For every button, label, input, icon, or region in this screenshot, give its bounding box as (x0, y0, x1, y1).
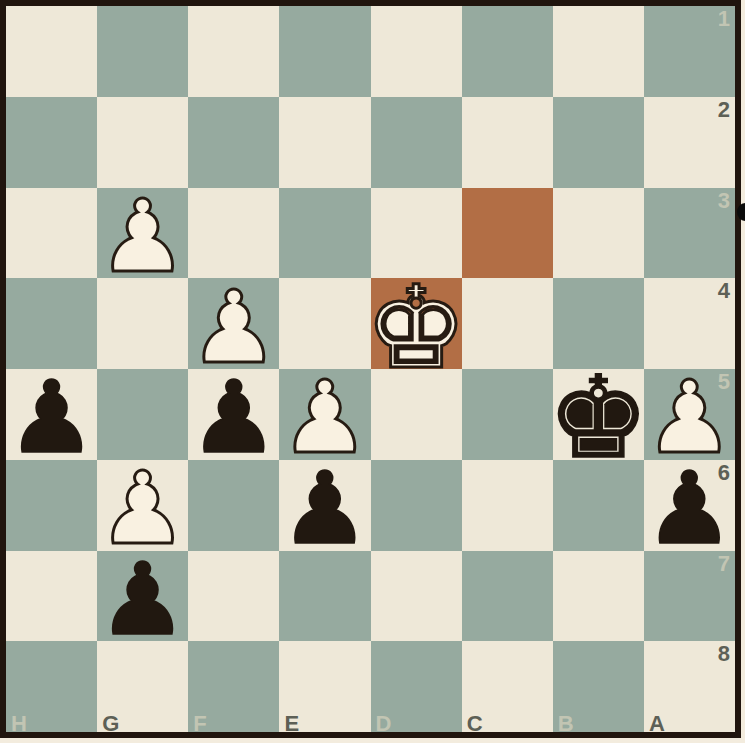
square-d2[interactable] (371, 97, 462, 188)
square-b7[interactable] (553, 551, 644, 642)
square-c2[interactable] (462, 97, 553, 188)
file-label-a: A (649, 711, 665, 732)
square-b2[interactable] (553, 97, 644, 188)
rank-label-8: 8 (718, 641, 730, 667)
square-e8[interactable]: E (279, 641, 370, 732)
square-f5[interactable]: ♟ (188, 369, 279, 460)
square-a6[interactable]: 6♟ (644, 460, 735, 551)
square-e6[interactable]: ♟ (279, 460, 370, 551)
square-f4[interactable]: ♟ (188, 278, 279, 369)
screenshot-stage: 12♟3♟♚4♟♟♟♚5♟♟♟6♟♟7HGFEDCBA8 (0, 0, 745, 743)
black-pawn[interactable]: ♟ (644, 464, 735, 551)
square-f2[interactable] (188, 97, 279, 188)
square-f3[interactable] (188, 188, 279, 279)
square-h4[interactable] (6, 278, 97, 369)
square-c5[interactable] (462, 369, 553, 460)
rank-label-1: 1 (718, 6, 730, 32)
square-d4[interactable]: ♚ (371, 278, 462, 369)
square-d6[interactable] (371, 460, 462, 551)
file-label-g: G (102, 711, 119, 732)
file-label-f: F (193, 711, 206, 732)
square-a2[interactable]: 2 (644, 97, 735, 188)
square-b4[interactable] (553, 278, 644, 369)
chess-board: 12♟3♟♚4♟♟♟♚5♟♟♟6♟♟7HGFEDCBA8 (0, 0, 741, 738)
square-h6[interactable] (6, 460, 97, 551)
square-d7[interactable] (371, 551, 462, 642)
square-e3[interactable] (279, 188, 370, 279)
square-c8[interactable]: C (462, 641, 553, 732)
square-g8[interactable]: G (97, 641, 188, 732)
white-pawn[interactable]: ♟ (188, 282, 279, 369)
square-a3[interactable]: 3 (644, 188, 735, 279)
square-g2[interactable] (97, 97, 188, 188)
black-pawn[interactable]: ♟ (6, 373, 97, 460)
rank-label-4: 4 (718, 278, 730, 304)
square-e5[interactable]: ♟ (279, 369, 370, 460)
square-d5[interactable] (371, 369, 462, 460)
square-d1[interactable] (371, 6, 462, 97)
square-e4[interactable] (279, 278, 370, 369)
square-h5[interactable]: ♟ (6, 369, 97, 460)
white-pawn[interactable]: ♟ (644, 373, 735, 460)
square-g6[interactable]: ♟ (97, 460, 188, 551)
square-e7[interactable] (279, 551, 370, 642)
white-king[interactable]: ♚ (371, 282, 462, 369)
square-f7[interactable] (188, 551, 279, 642)
square-g1[interactable] (97, 6, 188, 97)
rank-label-3: 3 (718, 188, 730, 214)
square-e1[interactable] (279, 6, 370, 97)
rank-label-2: 2 (718, 97, 730, 123)
black-pawn[interactable]: ♟ (279, 464, 370, 551)
square-g7[interactable]: ♟ (97, 551, 188, 642)
white-pawn[interactable]: ♟ (97, 192, 188, 279)
square-d8[interactable]: D (371, 641, 462, 732)
file-label-e: E (284, 711, 299, 732)
square-g3[interactable]: ♟ (97, 188, 188, 279)
square-c1[interactable] (462, 6, 553, 97)
square-a8[interactable]: A8 (644, 641, 735, 732)
square-b1[interactable] (553, 6, 644, 97)
square-a7[interactable]: 7 (644, 551, 735, 642)
square-g4[interactable] (97, 278, 188, 369)
square-d3[interactable] (371, 188, 462, 279)
white-pawn[interactable]: ♟ (279, 373, 370, 460)
square-h7[interactable] (6, 551, 97, 642)
rank-label-7: 7 (718, 551, 730, 577)
square-f6[interactable] (188, 460, 279, 551)
file-label-d: D (376, 711, 392, 732)
black-king[interactable]: ♚ (553, 373, 644, 460)
square-f8[interactable]: F (188, 641, 279, 732)
square-h8[interactable]: H (6, 641, 97, 732)
square-b6[interactable] (553, 460, 644, 551)
square-c4[interactable] (462, 278, 553, 369)
square-c7[interactable] (462, 551, 553, 642)
file-label-b: B (558, 711, 574, 732)
square-b8[interactable]: B (553, 641, 644, 732)
file-label-h: H (11, 711, 27, 732)
file-label-c: C (467, 711, 483, 732)
square-a5[interactable]: 5♟ (644, 369, 735, 460)
square-h3[interactable] (6, 188, 97, 279)
black-pawn[interactable]: ♟ (188, 373, 279, 460)
square-h2[interactable] (6, 97, 97, 188)
white-pawn[interactable]: ♟ (97, 464, 188, 551)
square-e2[interactable] (279, 97, 370, 188)
square-a4[interactable]: 4 (644, 278, 735, 369)
square-f1[interactable] (188, 6, 279, 97)
square-h1[interactable] (6, 6, 97, 97)
square-b3[interactable] (553, 188, 644, 279)
black-pawn[interactable]: ♟ (97, 555, 188, 642)
square-b5[interactable]: ♚ (553, 369, 644, 460)
square-c3[interactable] (462, 188, 553, 279)
square-c6[interactable] (462, 460, 553, 551)
square-a1[interactable]: 1 (644, 6, 735, 97)
square-g5[interactable] (97, 369, 188, 460)
